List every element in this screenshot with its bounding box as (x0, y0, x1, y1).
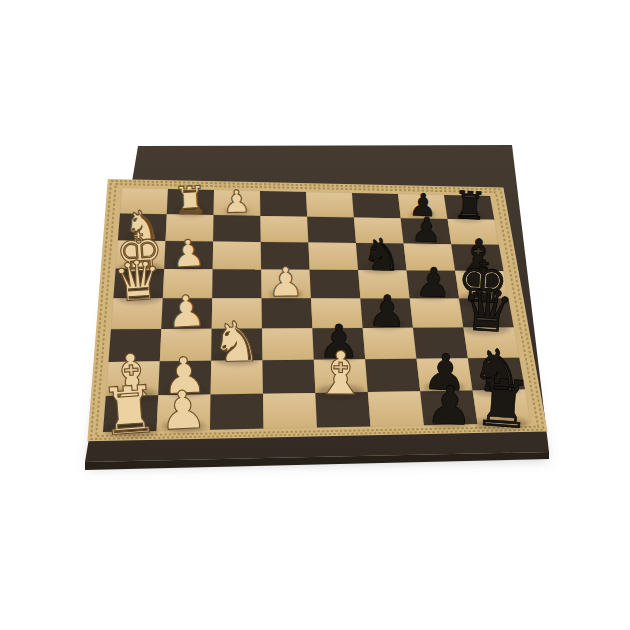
square-c4 (262, 328, 314, 360)
chess-piece-white-p-h3: ♟ (222, 183, 251, 220)
chess-piece-black-r-a8: ♜ (471, 363, 535, 443)
square-g4 (260, 216, 308, 243)
square-a6 (368, 391, 424, 426)
svg-text:♟: ♟ (424, 373, 474, 436)
chess-board: ♜♟♜♟♞♟♚♟♝♞♛♟♚♟♟♛♟♞♟♝♟♝♞♟♜♟♟♜ (0, 0, 630, 630)
chess-piece-black-p-g7: ♟ (410, 209, 442, 250)
square-h5 (306, 192, 354, 217)
svg-text:♛: ♛ (111, 247, 164, 314)
square-b4 (263, 360, 316, 394)
svg-text:♟: ♟ (158, 378, 208, 441)
square-a4 (263, 393, 317, 429)
square-a3 (210, 394, 264, 430)
svg-text:♜: ♜ (172, 178, 208, 224)
chess-piece-black-n-f6: ♞ (361, 229, 402, 281)
svg-text:♟: ♟ (166, 286, 207, 338)
svg-text:♝: ♝ (314, 339, 368, 408)
square-e5 (310, 270, 361, 299)
svg-text:♞: ♞ (210, 309, 262, 376)
svg-text:♜: ♜ (97, 370, 161, 450)
chess-piece-white-r-h2: ♜ (172, 178, 208, 224)
chess-piece-black-p-d6: ♟ (367, 286, 407, 337)
svg-text:♜: ♜ (471, 363, 535, 443)
chess-piece-white-n-c3: ♞ (210, 309, 262, 376)
svg-text:♟: ♟ (410, 209, 442, 250)
chess-piece-black-p-e7: ♟ (414, 258, 452, 308)
square-b6 (365, 359, 420, 392)
svg-text:♞: ♞ (361, 229, 402, 281)
square-f3 (213, 242, 262, 270)
svg-text:♟: ♟ (222, 183, 251, 220)
svg-text:♟: ♟ (367, 286, 407, 337)
svg-text:♟: ♟ (267, 258, 304, 306)
chessboard-photo: Wooden chessboard with pieces, side pers… (0, 0, 630, 630)
square-g5 (307, 217, 356, 243)
chess-piece-white-p-e4: ♟ (267, 258, 304, 306)
chess-piece-white-p-f2: ♟ (170, 231, 206, 277)
svg-text:♟: ♟ (414, 258, 452, 308)
chess-piece-white-b-b5: ♝ (314, 339, 368, 408)
chess-piece-black-p-a7: ♟ (424, 373, 474, 436)
chess-piece-white-p-a2: ♟ (158, 378, 208, 441)
square-f5 (308, 243, 358, 271)
square-h4 (260, 191, 307, 217)
svg-text:♟: ♟ (170, 231, 206, 277)
chess-piece-white-p-d2: ♟ (166, 286, 207, 338)
svg-text:♜: ♜ (451, 183, 487, 229)
square-e3 (212, 269, 261, 298)
chess-piece-white-q-e1: ♛ (111, 247, 164, 314)
chess-piece-black-r-h8: ♜ (451, 183, 487, 229)
square-h6 (352, 193, 401, 218)
chess-piece-white-r-a1: ♜ (97, 370, 161, 450)
